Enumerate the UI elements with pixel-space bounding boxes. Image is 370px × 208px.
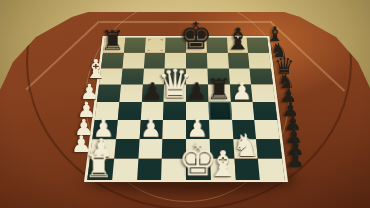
black-bishop-g8[interactable]: ♝: [224, 25, 251, 54]
square-d5[interactable]: ♛: [164, 85, 186, 102]
arrow-nw-icon: [148, 39, 151, 41]
white-pawn-c3[interactable]: ♟: [140, 117, 162, 140]
arrow-sw-icon: [147, 49, 150, 51]
arrow-se-icon: [159, 49, 162, 51]
square-f5[interactable]: ♜: [208, 85, 231, 102]
square-b4[interactable]: [118, 102, 142, 120]
square-b7[interactable]: [122, 53, 144, 69]
white-bishop-f1[interactable]: ♝: [207, 147, 239, 181]
square-b2[interactable]: [114, 139, 139, 159]
square-e8[interactable]: ♚: [186, 38, 207, 53]
square-g5[interactable]: ♟: [229, 85, 252, 102]
square-c2[interactable]: [138, 139, 163, 159]
arrow-ne-icon: [160, 39, 163, 41]
square-h4[interactable]: [253, 102, 278, 120]
black-rook-a8[interactable]: ♜: [101, 28, 125, 54]
square-c8[interactable]: [145, 38, 166, 53]
square-h6[interactable]: [250, 68, 273, 84]
square-a7[interactable]: [101, 53, 124, 69]
square-c1[interactable]: [137, 159, 162, 180]
square-a5[interactable]: [97, 85, 121, 102]
square-g8[interactable]: ♝: [227, 38, 249, 53]
square-b5[interactable]: [119, 85, 142, 102]
square-f1[interactable]: ♝: [210, 159, 235, 180]
square-b3[interactable]: [116, 120, 141, 139]
highlight-marker: [208, 102, 231, 120]
white-pawn-g5[interactable]: ♟: [231, 81, 252, 103]
square-a6[interactable]: [99, 68, 122, 84]
square-a1[interactable]: ♜: [87, 159, 114, 180]
square-g7[interactable]: [227, 53, 249, 69]
white-queen-d5[interactable]: ♛: [157, 65, 193, 103]
square-b6[interactable]: [121, 68, 144, 84]
white-rook-a1[interactable]: ♜: [85, 151, 114, 181]
square-h7[interactable]: [248, 53, 271, 69]
square-h5[interactable]: [251, 85, 275, 102]
black-rook-f5[interactable]: ♜: [207, 75, 233, 102]
square-h1[interactable]: [258, 159, 285, 180]
square-b8[interactable]: [124, 38, 146, 53]
square-d4[interactable]: [163, 102, 186, 120]
square-c3[interactable]: ♟: [139, 120, 163, 139]
square-f7[interactable]: [207, 53, 229, 69]
table-inlay-line: [271, 22, 345, 91]
selection-arrows-marker: [145, 38, 165, 52]
chess-board[interactable]: ♜♚♝♟♛♟♜♟♟♟♟♟♞♜♚♝: [84, 36, 288, 182]
square-b1[interactable]: [112, 159, 138, 180]
chess-game-scene: ♜♚♝♟♛♟♜♟♟♟♟♟♞♜♚♝ ♝♟♟♟♟ ♝♞♛♞♟♟♟♟♟♟: [0, 0, 370, 208]
black-king-e8[interactable]: ♚: [180, 18, 213, 53]
square-f4[interactable]: [208, 102, 231, 120]
square-g4[interactable]: [231, 102, 255, 120]
table-inlay-line: [26, 21, 100, 90]
square-a8[interactable]: ♜: [103, 38, 125, 53]
